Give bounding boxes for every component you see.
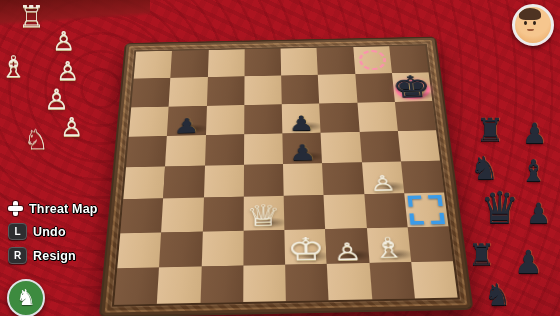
- captured-knight: ♞: [484, 280, 511, 310]
- square-b1[interactable]: [157, 266, 201, 304]
- captured-queen: ♛: [480, 186, 519, 230]
- square-f1[interactable]: [327, 263, 372, 301]
- square-c7[interactable]: [206, 76, 244, 105]
- square-c1[interactable]: [200, 265, 243, 303]
- square-a1[interactable]: [114, 267, 159, 305]
- piece-black-pawn[interactable]: ♟: [288, 143, 316, 163]
- square-b6[interactable]: ♟: [167, 105, 206, 135]
- chess-board-3d: ♚♟♟♟♙♕♔♙♗: [99, 37, 474, 316]
- square-b7[interactable]: [169, 77, 208, 106]
- knight-icon: ♞: [16, 287, 36, 309]
- square-b8[interactable]: [171, 50, 209, 78]
- square-d7[interactable]: [244, 76, 282, 105]
- avatar-eye: [533, 21, 536, 25]
- captured-knight: ♞: [470, 152, 499, 184]
- resign-button[interactable]: R Resign: [8, 247, 98, 264]
- square-b3[interactable]: [161, 198, 203, 232]
- move-origin-marker: [358, 50, 387, 71]
- piece-white-pawn[interactable]: ♙: [369, 174, 397, 194]
- square-d5[interactable]: [244, 133, 283, 165]
- captured-bishop: ♝: [520, 156, 547, 186]
- avatar-eye: [524, 21, 527, 25]
- captured-pawn: ♟: [514, 246, 543, 278]
- undo-button[interactable]: L Undo: [8, 223, 98, 240]
- square-e8[interactable]: [281, 48, 318, 76]
- square-f8[interactable]: [317, 47, 355, 75]
- board-grid: ♚♟♟♟♙♕♔♙♗: [114, 46, 457, 305]
- l-button-icon: L: [8, 223, 27, 240]
- captured-knight: ♘: [24, 126, 49, 154]
- square-b4[interactable]: [163, 166, 204, 199]
- square-e5[interactable]: ♟: [282, 133, 322, 164]
- square-c3[interactable]: [202, 197, 243, 231]
- square-h2[interactable]: [407, 226, 452, 262]
- undo-label: Undo: [33, 225, 66, 239]
- square-b2[interactable]: [159, 231, 202, 267]
- square-a3[interactable]: [120, 199, 163, 233]
- square-h6[interactable]: [395, 101, 436, 131]
- avatar-mouth: [527, 29, 534, 31]
- square-f4[interactable]: [322, 162, 364, 195]
- square-g5[interactable]: [359, 131, 401, 162]
- square-g4[interactable]: ♙: [361, 162, 403, 195]
- captured-black-pieces-tray: ♜♟♞♝♛♟♜♟♞: [462, 108, 560, 316]
- square-c6[interactable]: [206, 105, 245, 135]
- avatar-hair: [519, 8, 541, 20]
- chess-board-area: ♚♟♟♟♙♕♔♙♗: [109, 0, 456, 316]
- square-g2[interactable]: ♗: [366, 227, 411, 263]
- square-e1[interactable]: [285, 264, 329, 302]
- captured-bishop: ♗: [0, 52, 27, 82]
- square-a6[interactable]: [129, 106, 169, 136]
- square-c8[interactable]: [207, 49, 244, 77]
- hud-controls: Threat Map L Undo R Resign: [8, 201, 98, 264]
- square-h1[interactable]: [411, 261, 458, 298]
- square-g8[interactable]: [353, 46, 392, 74]
- square-d1[interactable]: [243, 264, 286, 302]
- game-screen: ♚♟♟♟♙♕♔♙♗ ♖♙♗♙♙♙♘ ♜♟♞♝♛♟♜♟♞ Threat Map L…: [0, 0, 560, 316]
- square-a7[interactable]: [131, 78, 170, 107]
- square-d4[interactable]: [244, 164, 284, 197]
- captured-rook: ♖: [18, 2, 45, 32]
- captured-rook: ♜: [476, 114, 505, 146]
- square-g7[interactable]: [355, 73, 395, 102]
- resign-label: Resign: [33, 249, 76, 263]
- square-f2[interactable]: ♙: [325, 228, 369, 264]
- square-g3[interactable]: [364, 194, 408, 228]
- square-d6[interactable]: [244, 104, 282, 134]
- square-f5[interactable]: [321, 132, 362, 163]
- piece-white-queen[interactable]: ♕: [246, 203, 282, 230]
- player-avatar[interactable]: ♞: [7, 279, 45, 316]
- captured-white-pieces-tray: ♖♙♗♙♙♙♘: [0, 0, 112, 160]
- square-c2[interactable]: [201, 230, 243, 266]
- square-e6[interactable]: ♟: [282, 103, 321, 133]
- square-d8[interactable]: [244, 49, 281, 77]
- piece-black-king[interactable]: ♚: [391, 73, 433, 100]
- stick-press-icon: [8, 201, 23, 216]
- threat-map-label: Threat Map: [29, 202, 98, 216]
- square-h3[interactable]: [404, 193, 448, 227]
- square-d2[interactable]: [243, 229, 285, 265]
- square-a5[interactable]: [126, 136, 167, 168]
- square-e3[interactable]: [284, 195, 326, 229]
- piece-white-king[interactable]: ♔: [286, 234, 325, 264]
- square-h4[interactable]: [401, 161, 444, 194]
- square-g6[interactable]: [357, 102, 398, 132]
- square-a8[interactable]: [134, 51, 172, 79]
- selection-cursor[interactable]: [407, 195, 445, 224]
- piece-black-pawn[interactable]: ♟: [173, 116, 200, 135]
- piece-white-bishop[interactable]: ♗: [371, 236, 406, 262]
- square-e7[interactable]: [281, 75, 319, 104]
- square-e4[interactable]: [283, 163, 324, 196]
- square-f3[interactable]: [324, 194, 367, 228]
- square-d3[interactable]: ♕: [243, 196, 284, 230]
- captured-pawn: ♟: [522, 120, 547, 148]
- square-e2[interactable]: ♔: [284, 229, 327, 265]
- square-f7[interactable]: [318, 74, 357, 103]
- captured-pawn: ♙: [60, 114, 83, 140]
- piece-black-pawn[interactable]: ♟: [288, 114, 315, 133]
- square-h7[interactable]: ♚: [392, 73, 432, 102]
- opponent-avatar[interactable]: [512, 4, 554, 46]
- square-f6[interactable]: [319, 102, 359, 132]
- threat-map-button[interactable]: Threat Map: [8, 201, 98, 216]
- captured-pawn: ♙: [56, 58, 79, 84]
- square-h5[interactable]: [398, 130, 440, 161]
- piece-white-pawn[interactable]: ♙: [332, 240, 362, 262]
- square-c4[interactable]: [203, 165, 243, 198]
- square-a4[interactable]: [123, 166, 165, 199]
- captured-pawn: ♟: [526, 200, 551, 228]
- square-c5[interactable]: [205, 134, 244, 166]
- square-g1[interactable]: [369, 262, 415, 299]
- captured-pawn: ♙: [52, 28, 75, 54]
- square-a2[interactable]: [117, 232, 161, 268]
- captured-pawn: ♙: [44, 86, 69, 114]
- square-b5[interactable]: [165, 135, 205, 167]
- captured-rook: ♜: [468, 240, 495, 270]
- r-button-icon: R: [8, 247, 27, 264]
- board-frame: ♚♟♟♟♙♕♔♙♗: [99, 37, 474, 316]
